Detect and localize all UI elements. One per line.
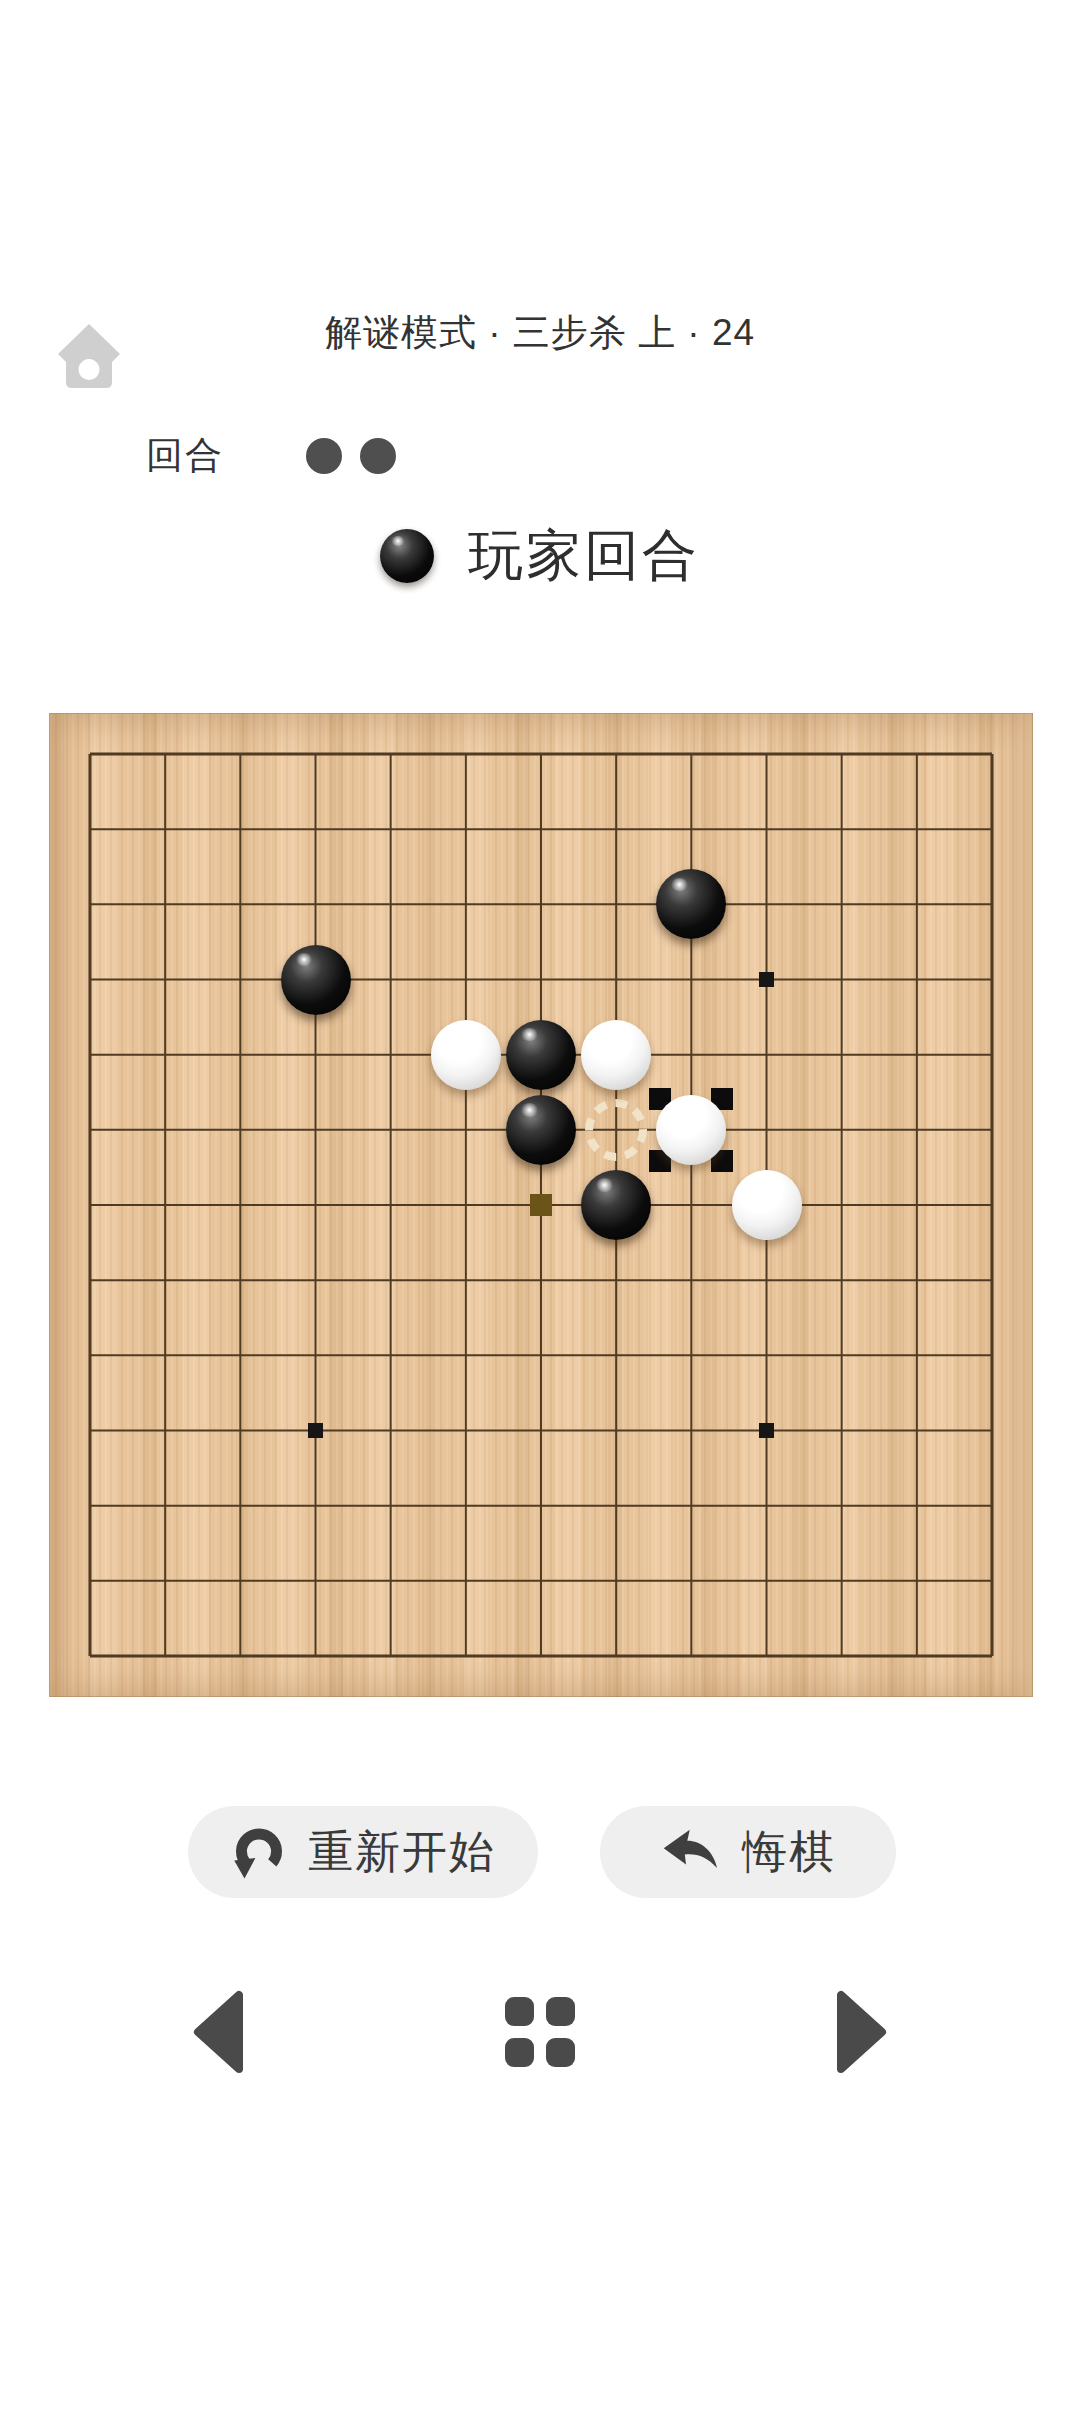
white-stone	[581, 1020, 651, 1090]
board-grid	[50, 714, 1032, 1696]
grid-menu-icon	[505, 1997, 575, 2067]
undo-label: 悔棋	[742, 1822, 836, 1882]
black-stone	[581, 1170, 651, 1240]
turn-dots	[306, 438, 396, 474]
turn-dot	[306, 438, 342, 474]
prev-puzzle-button[interactable]	[170, 1986, 266, 2078]
player-turn-label: 玩家回合	[468, 519, 700, 593]
white-stone	[732, 1170, 802, 1240]
star-point	[308, 1423, 323, 1438]
undo-button[interactable]: 悔棋	[600, 1806, 896, 1898]
prev-arrow-icon	[193, 1989, 243, 2075]
white-stone	[656, 1095, 726, 1165]
undo-icon	[660, 1827, 722, 1877]
action-button-row: 重新开始 悔棋	[0, 1806, 1080, 1898]
next-puzzle-button[interactable]	[814, 1986, 910, 2078]
next-arrow-icon	[837, 1989, 887, 2075]
white-stone	[431, 1020, 501, 1090]
turn-row: 回合	[146, 432, 396, 480]
restart-button[interactable]: 重新开始	[188, 1806, 538, 1898]
star-point	[759, 972, 774, 987]
restart-label: 重新开始	[308, 1822, 496, 1882]
restart-icon	[230, 1823, 288, 1881]
screen: 解谜模式 · 三步杀 上 · 24 回合 玩家回合 重新开始 悔棋	[0, 0, 1080, 2412]
hint-dashed-circle[interactable]	[582, 1096, 650, 1164]
puzzle-list-button[interactable]	[492, 1986, 588, 2078]
black-stone	[506, 1020, 576, 1090]
star-point	[759, 1423, 774, 1438]
center-star-point	[530, 1194, 552, 1216]
player-turn-row: 玩家回合	[0, 514, 1080, 598]
black-stone-icon	[380, 529, 434, 583]
page-title: 解谜模式 · 三步杀 上 · 24	[0, 308, 1080, 358]
turn-dot	[360, 438, 396, 474]
black-stone	[281, 945, 351, 1015]
black-stone	[506, 1095, 576, 1165]
go-board[interactable]	[49, 713, 1033, 1697]
turn-label: 回合	[146, 431, 224, 481]
